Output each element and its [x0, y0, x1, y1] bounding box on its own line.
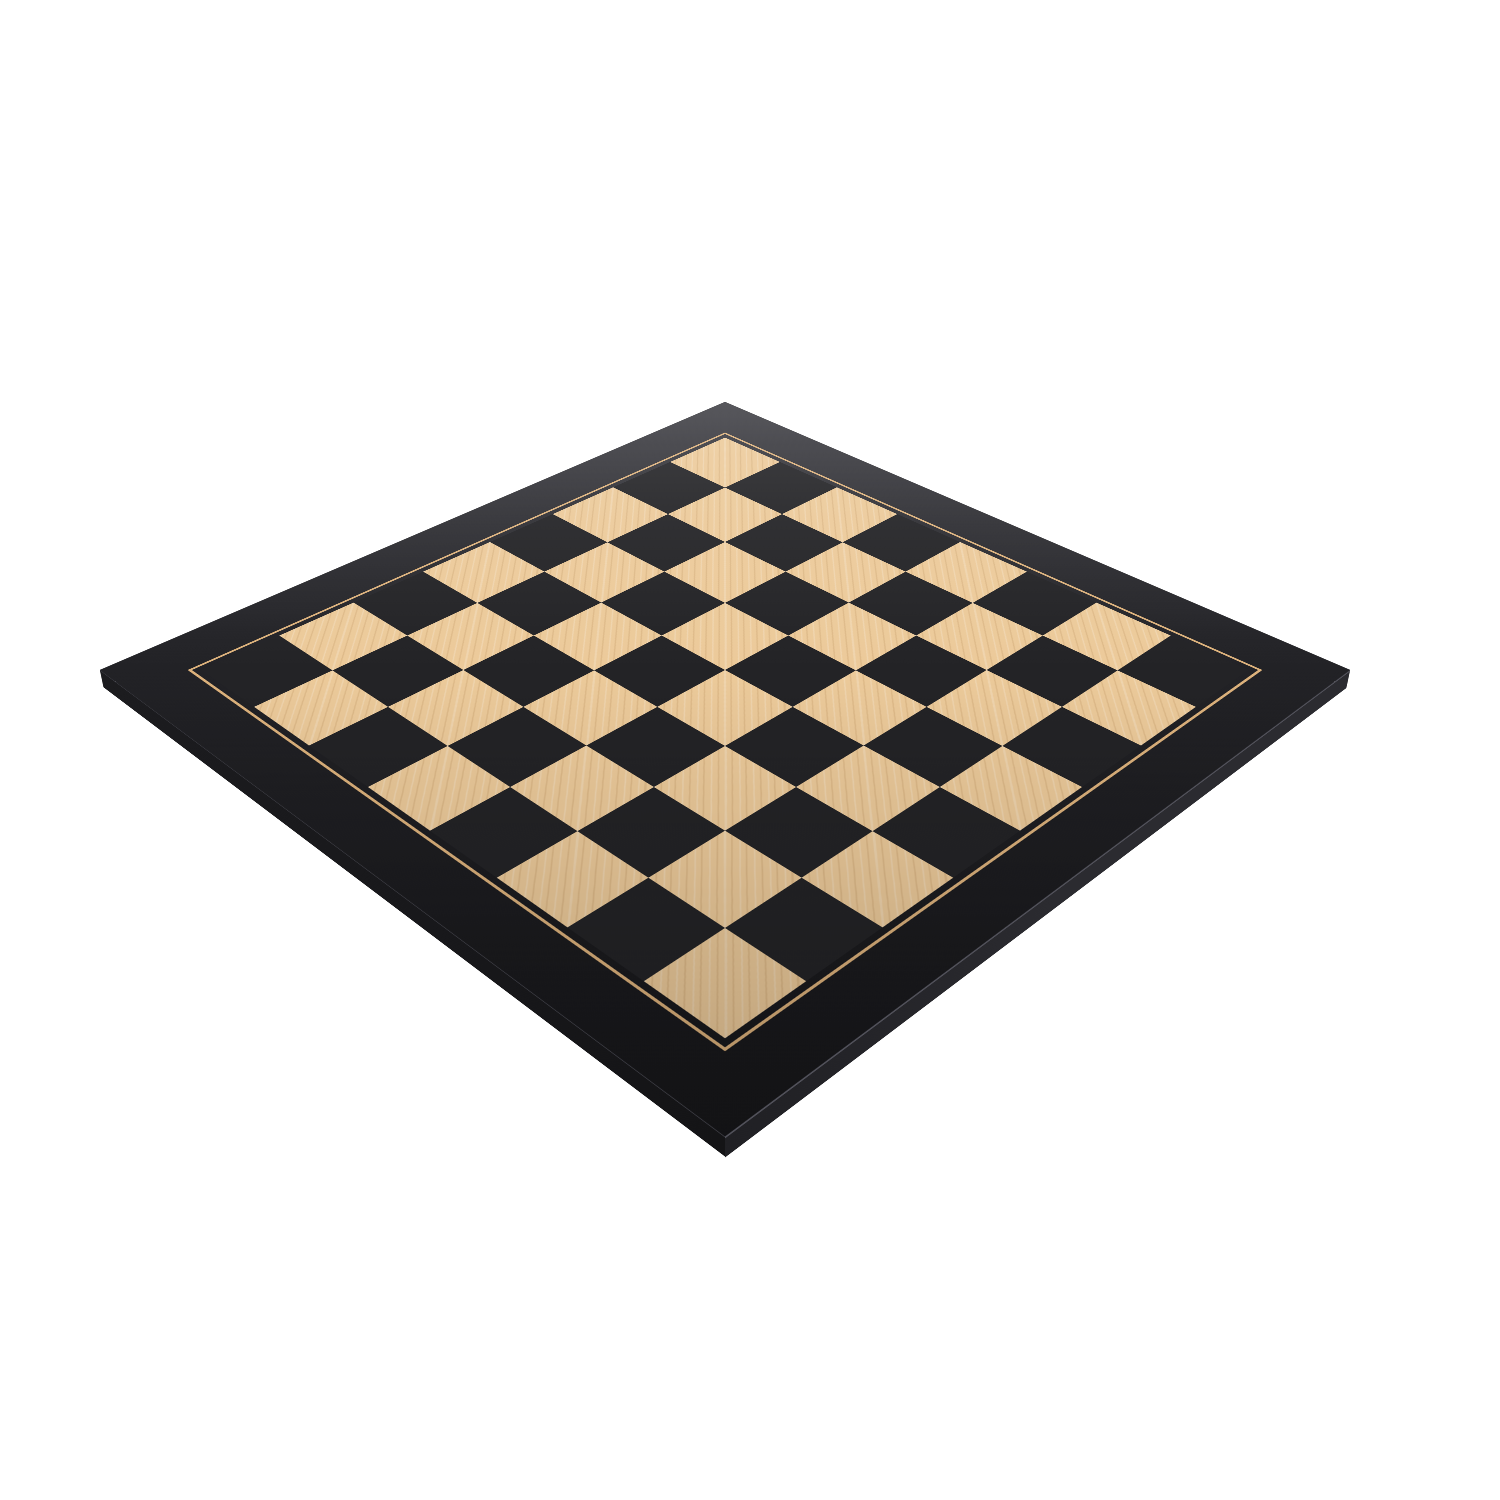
square-h2[interactable]	[725, 877, 883, 980]
square-h6[interactable]	[1002, 707, 1141, 787]
square-h1[interactable]	[643, 927, 806, 1038]
square-e3[interactable]	[586, 707, 725, 787]
square-d1[interactable]	[368, 746, 511, 831]
square-g6[interactable]	[927, 670, 1062, 746]
square-e4[interactable]	[658, 670, 793, 746]
square-d3[interactable]	[523, 670, 658, 746]
playing-field	[202, 438, 1249, 1039]
square-g3[interactable]	[725, 787, 872, 878]
square-g5[interactable]	[864, 707, 1003, 787]
square-c1[interactable]	[309, 707, 448, 787]
square-e1[interactable]	[430, 787, 577, 878]
square-h7[interactable]	[1062, 670, 1197, 746]
square-g4[interactable]	[796, 746, 939, 831]
square-f1[interactable]	[496, 831, 648, 928]
square-f5[interactable]	[792, 670, 927, 746]
square-c2[interactable]	[388, 670, 523, 746]
square-f4[interactable]	[725, 707, 864, 787]
square-h5[interactable]	[939, 746, 1082, 831]
photo-background	[0, 0, 1500, 1500]
square-h4[interactable]	[872, 787, 1019, 878]
square-d2[interactable]	[448, 707, 587, 787]
square-g1[interactable]	[567, 877, 725, 980]
square-f2[interactable]	[578, 787, 725, 878]
square-f3[interactable]	[654, 746, 797, 831]
chessboard	[100, 402, 1350, 1137]
square-g2[interactable]	[649, 831, 801, 928]
square-h3[interactable]	[801, 831, 953, 928]
board-surface	[100, 402, 1350, 1137]
square-e2[interactable]	[511, 746, 654, 831]
square-b1[interactable]	[254, 670, 389, 746]
